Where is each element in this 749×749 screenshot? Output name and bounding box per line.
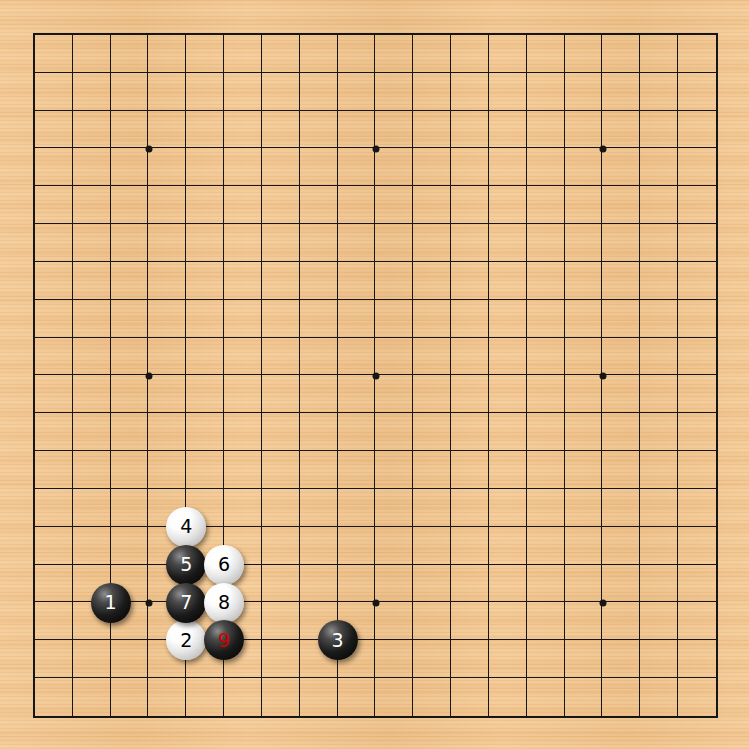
board-cell[interactable] (375, 262, 413, 300)
board-cell[interactable] (111, 678, 149, 716)
board-cell[interactable] (678, 338, 716, 376)
board-cell[interactable] (527, 451, 565, 489)
board-cell[interactable] (489, 224, 527, 262)
board-cell[interactable] (262, 602, 300, 640)
board-cell[interactable] (451, 300, 489, 338)
board-cell[interactable] (413, 565, 451, 603)
board-cell[interactable] (375, 148, 413, 186)
board-cell[interactable] (602, 451, 640, 489)
board-cell[interactable] (186, 678, 224, 716)
board-cell[interactable] (338, 565, 376, 603)
board-cell[interactable] (35, 489, 73, 527)
board-cell[interactable] (338, 527, 376, 565)
board-cell[interactable] (640, 527, 678, 565)
board-cell[interactable] (375, 413, 413, 451)
board-cell[interactable] (640, 489, 678, 527)
board-cell[interactable] (413, 375, 451, 413)
board-cell[interactable] (111, 35, 149, 73)
board-cell[interactable] (262, 35, 300, 73)
board-cell[interactable] (489, 111, 527, 149)
board-cell[interactable] (527, 224, 565, 262)
board-cell[interactable] (527, 148, 565, 186)
board-cell[interactable] (73, 527, 111, 565)
board-cell[interactable] (375, 375, 413, 413)
board-cell[interactable] (451, 527, 489, 565)
board-cell[interactable] (73, 111, 111, 149)
board-cell[interactable] (73, 35, 111, 73)
board-cell[interactable] (35, 262, 73, 300)
board-cell[interactable] (451, 413, 489, 451)
board-cell[interactable] (413, 300, 451, 338)
board-cell[interactable] (224, 111, 262, 149)
board-cell[interactable] (640, 300, 678, 338)
board-cell[interactable] (148, 678, 186, 716)
board-cell[interactable] (262, 413, 300, 451)
board-cell[interactable] (186, 413, 224, 451)
board-cell[interactable] (262, 300, 300, 338)
board-cell[interactable] (186, 300, 224, 338)
board-cell[interactable] (35, 375, 73, 413)
board-cell[interactable] (338, 451, 376, 489)
board-cell[interactable] (640, 73, 678, 111)
board-cell[interactable] (338, 262, 376, 300)
board-cell[interactable] (35, 338, 73, 376)
board-cell[interactable] (73, 678, 111, 716)
board-cell[interactable] (338, 413, 376, 451)
board-cell[interactable] (489, 451, 527, 489)
board-cell[interactable] (73, 413, 111, 451)
board-cell[interactable] (602, 224, 640, 262)
board-cell[interactable] (111, 148, 149, 186)
board-cell[interactable] (111, 527, 149, 565)
board-cell[interactable] (148, 451, 186, 489)
board-cell[interactable] (262, 186, 300, 224)
board-cell[interactable] (300, 300, 338, 338)
board-cell[interactable] (111, 186, 149, 224)
board-cell[interactable] (300, 489, 338, 527)
board-cell[interactable] (35, 111, 73, 149)
board-cell[interactable] (338, 375, 376, 413)
board-cell[interactable] (375, 73, 413, 111)
board-cell[interactable] (602, 640, 640, 678)
board-cell[interactable] (413, 527, 451, 565)
board-cell[interactable] (186, 73, 224, 111)
board-cell[interactable] (375, 640, 413, 678)
board-cell[interactable] (527, 186, 565, 224)
board-cell[interactable] (489, 186, 527, 224)
board-cell[interactable] (413, 602, 451, 640)
board-cell[interactable] (148, 111, 186, 149)
board-cell[interactable] (527, 640, 565, 678)
board-cell[interactable] (602, 489, 640, 527)
board-cell[interactable] (262, 73, 300, 111)
board-cell[interactable] (565, 602, 603, 640)
board-cell[interactable] (73, 375, 111, 413)
board-cell[interactable] (35, 565, 73, 603)
board-cell[interactable] (111, 111, 149, 149)
board-cell[interactable] (565, 489, 603, 527)
board-cell[interactable] (186, 148, 224, 186)
board-cell[interactable] (224, 73, 262, 111)
board-cell[interactable] (35, 300, 73, 338)
board-cell[interactable] (338, 111, 376, 149)
board-cell[interactable] (413, 338, 451, 376)
board-cell[interactable] (186, 375, 224, 413)
board-cell[interactable] (148, 73, 186, 111)
board-cell[interactable] (262, 224, 300, 262)
board-cell[interactable] (413, 224, 451, 262)
board-cell[interactable] (602, 300, 640, 338)
board-cell[interactable] (148, 224, 186, 262)
board-cell[interactable] (451, 111, 489, 149)
board-cell[interactable] (300, 338, 338, 376)
board-cell[interactable] (375, 300, 413, 338)
board-cell[interactable] (186, 262, 224, 300)
board-cell[interactable] (640, 186, 678, 224)
board-cell[interactable] (640, 35, 678, 73)
board-cell[interactable] (148, 186, 186, 224)
board-cell[interactable] (338, 489, 376, 527)
board-cell[interactable] (640, 678, 678, 716)
board-cell[interactable] (489, 678, 527, 716)
board-cell[interactable] (489, 148, 527, 186)
board-cell[interactable] (224, 186, 262, 224)
board-cell[interactable] (602, 262, 640, 300)
board-cell[interactable] (527, 375, 565, 413)
board-cell[interactable] (186, 35, 224, 73)
board-cell[interactable] (35, 640, 73, 678)
board-cell[interactable] (527, 73, 565, 111)
board-cell[interactable] (111, 375, 149, 413)
board-cell[interactable] (262, 527, 300, 565)
board-cell[interactable] (224, 262, 262, 300)
board-cell[interactable] (489, 375, 527, 413)
board-cell[interactable] (186, 224, 224, 262)
board-cell[interactable] (224, 678, 262, 716)
board-cell[interactable] (451, 148, 489, 186)
board-cell[interactable] (640, 565, 678, 603)
board-cell[interactable] (602, 375, 640, 413)
board-cell[interactable] (375, 527, 413, 565)
board-cell[interactable] (451, 224, 489, 262)
board-cell[interactable] (111, 338, 149, 376)
board-cell[interactable] (527, 489, 565, 527)
board-cell[interactable] (262, 338, 300, 376)
board-cell[interactable] (451, 375, 489, 413)
board-cell[interactable] (640, 224, 678, 262)
board-cell[interactable] (413, 489, 451, 527)
board-cell[interactable] (565, 300, 603, 338)
board-cell[interactable] (527, 602, 565, 640)
board-cell[interactable] (148, 262, 186, 300)
board-cell[interactable] (565, 565, 603, 603)
board-cell[interactable] (111, 262, 149, 300)
board-cell[interactable] (413, 35, 451, 73)
board-cell[interactable] (35, 73, 73, 111)
board-cell[interactable] (300, 186, 338, 224)
board-cell[interactable] (451, 489, 489, 527)
board-cell[interactable] (300, 375, 338, 413)
board-cell[interactable] (489, 413, 527, 451)
board-cell[interactable] (413, 73, 451, 111)
board-cell[interactable] (678, 489, 716, 527)
board-cell[interactable] (338, 300, 376, 338)
board-cell[interactable] (413, 148, 451, 186)
board-cell[interactable] (640, 413, 678, 451)
board-cell[interactable] (300, 262, 338, 300)
board-cell[interactable] (489, 640, 527, 678)
board-cell[interactable] (35, 678, 73, 716)
board-cell[interactable] (338, 224, 376, 262)
board-cell[interactable] (678, 451, 716, 489)
board-cell[interactable] (678, 111, 716, 149)
board-cell[interactable] (224, 35, 262, 73)
board-cell[interactable] (375, 186, 413, 224)
board-cell[interactable] (375, 224, 413, 262)
board-cell[interactable] (413, 111, 451, 149)
board-cell[interactable] (565, 111, 603, 149)
board-cell[interactable] (300, 35, 338, 73)
board-cell[interactable] (186, 338, 224, 376)
board-cell[interactable] (565, 186, 603, 224)
board-cell[interactable] (527, 527, 565, 565)
board-cell[interactable] (73, 451, 111, 489)
board-cell[interactable] (413, 678, 451, 716)
board-cell[interactable] (602, 338, 640, 376)
board-cell[interactable] (489, 300, 527, 338)
board-cell[interactable] (262, 565, 300, 603)
board-cell[interactable] (413, 640, 451, 678)
board-cell[interactable] (565, 678, 603, 716)
board-cell[interactable] (73, 224, 111, 262)
board-cell[interactable] (489, 489, 527, 527)
board-cell[interactable] (73, 186, 111, 224)
board-cell[interactable] (262, 451, 300, 489)
board-cell[interactable] (35, 35, 73, 73)
board-cell[interactable] (451, 565, 489, 603)
board-cell[interactable] (678, 640, 716, 678)
board-cell[interactable] (35, 451, 73, 489)
board-cell[interactable] (565, 413, 603, 451)
board-cell[interactable] (148, 35, 186, 73)
board-cell[interactable] (678, 527, 716, 565)
board-cell[interactable] (186, 451, 224, 489)
board-cell[interactable] (375, 565, 413, 603)
board-cell[interactable] (73, 262, 111, 300)
board-cell[interactable] (111, 73, 149, 111)
board-cell[interactable] (111, 413, 149, 451)
board-cell[interactable] (148, 413, 186, 451)
board-cell[interactable] (678, 375, 716, 413)
board-cell[interactable] (527, 565, 565, 603)
board-cell[interactable] (224, 224, 262, 262)
board-cell[interactable] (640, 338, 678, 376)
board-cell[interactable] (413, 413, 451, 451)
board-cell[interactable] (678, 73, 716, 111)
board-cell[interactable] (602, 148, 640, 186)
board-cell[interactable] (35, 224, 73, 262)
board-cell[interactable] (451, 262, 489, 300)
board-cell[interactable] (300, 111, 338, 149)
board-cell[interactable] (565, 35, 603, 73)
board-cell[interactable] (338, 35, 376, 73)
board-cell[interactable] (375, 451, 413, 489)
board-cell[interactable] (602, 678, 640, 716)
board-cell[interactable] (35, 527, 73, 565)
board-cell[interactable] (375, 35, 413, 73)
board-cell[interactable] (565, 640, 603, 678)
board-cell[interactable] (111, 451, 149, 489)
board-cell[interactable] (602, 35, 640, 73)
board-cell[interactable] (186, 186, 224, 224)
board-cell[interactable] (148, 338, 186, 376)
board-cell[interactable] (640, 111, 678, 149)
board-cell[interactable] (640, 602, 678, 640)
board-cell[interactable] (489, 338, 527, 376)
board-cell[interactable] (678, 602, 716, 640)
board-cell[interactable] (224, 451, 262, 489)
board-cell[interactable] (565, 338, 603, 376)
board-cell[interactable] (602, 413, 640, 451)
board-cell[interactable] (300, 224, 338, 262)
board-cell[interactable] (73, 489, 111, 527)
board-cell[interactable] (300, 565, 338, 603)
board-cell[interactable] (451, 678, 489, 716)
board-cell[interactable] (224, 489, 262, 527)
board-cell[interactable] (678, 565, 716, 603)
board-cell[interactable] (527, 338, 565, 376)
board-cell[interactable] (300, 527, 338, 565)
board-cell[interactable] (262, 262, 300, 300)
board-cell[interactable] (678, 224, 716, 262)
board-cell[interactable] (111, 224, 149, 262)
board-cell[interactable] (375, 602, 413, 640)
board-cell[interactable] (489, 35, 527, 73)
board-cell[interactable] (640, 640, 678, 678)
board-cell[interactable] (565, 375, 603, 413)
board-cell[interactable] (148, 300, 186, 338)
board-cell[interactable] (262, 489, 300, 527)
board-cell[interactable] (602, 73, 640, 111)
board-cell[interactable] (375, 111, 413, 149)
board-cell[interactable] (300, 148, 338, 186)
board-cell[interactable] (413, 186, 451, 224)
board-cell[interactable] (678, 262, 716, 300)
board-cell[interactable] (602, 565, 640, 603)
board-cell[interactable] (678, 186, 716, 224)
board-cell[interactable] (35, 602, 73, 640)
board-cell[interactable] (527, 35, 565, 73)
board-cell[interactable] (565, 148, 603, 186)
board-cell[interactable] (338, 338, 376, 376)
board-cell[interactable] (224, 300, 262, 338)
board-grid[interactable]: 123456789 (33, 33, 718, 718)
board-cell[interactable] (148, 148, 186, 186)
board-cell[interactable] (413, 262, 451, 300)
board-cell[interactable] (527, 413, 565, 451)
board-cell[interactable] (73, 640, 111, 678)
board-cell[interactable] (413, 451, 451, 489)
board-cell[interactable] (262, 375, 300, 413)
board-cell[interactable] (338, 678, 376, 716)
board-cell[interactable] (451, 73, 489, 111)
board-cell[interactable] (73, 338, 111, 376)
board-cell[interactable] (148, 375, 186, 413)
board-cell[interactable] (262, 111, 300, 149)
board-cell[interactable] (489, 262, 527, 300)
board-cell[interactable] (300, 413, 338, 451)
board-cell[interactable] (451, 186, 489, 224)
board-cell[interactable] (565, 73, 603, 111)
board-cell[interactable] (224, 338, 262, 376)
board-cell[interactable] (262, 640, 300, 678)
board-cell[interactable] (602, 527, 640, 565)
board-cell[interactable] (489, 565, 527, 603)
board-cell[interactable] (186, 111, 224, 149)
board-cell[interactable] (602, 186, 640, 224)
board-cell[interactable] (527, 678, 565, 716)
board-cell[interactable] (527, 300, 565, 338)
board-cell[interactable] (451, 640, 489, 678)
board-cell[interactable] (224, 148, 262, 186)
board-cell[interactable] (640, 262, 678, 300)
board-cell[interactable] (35, 148, 73, 186)
board-cell[interactable] (224, 375, 262, 413)
board-cell[interactable] (338, 148, 376, 186)
board-cell[interactable] (678, 35, 716, 73)
board-cell[interactable] (678, 300, 716, 338)
board-cell[interactable] (300, 73, 338, 111)
board-cell[interactable] (73, 300, 111, 338)
board-cell[interactable] (224, 413, 262, 451)
board-cell[interactable] (565, 262, 603, 300)
board-cell[interactable] (640, 375, 678, 413)
board-cell[interactable] (565, 527, 603, 565)
board-cell[interactable] (35, 186, 73, 224)
board-cell[interactable] (602, 111, 640, 149)
board-cell[interactable] (451, 35, 489, 73)
board-cell[interactable] (451, 451, 489, 489)
board-cell[interactable] (375, 489, 413, 527)
board-cell[interactable] (338, 73, 376, 111)
board-cell[interactable] (527, 262, 565, 300)
board-cell[interactable] (640, 148, 678, 186)
board-cell[interactable] (73, 73, 111, 111)
board-cell[interactable] (300, 678, 338, 716)
board-cell[interactable] (565, 451, 603, 489)
board-cell[interactable] (111, 300, 149, 338)
board-cell[interactable] (640, 451, 678, 489)
board-cell[interactable] (489, 527, 527, 565)
board-cell[interactable] (678, 148, 716, 186)
board-cell[interactable] (489, 602, 527, 640)
board-cell[interactable] (73, 148, 111, 186)
board-cell[interactable] (527, 111, 565, 149)
board-cell[interactable] (678, 413, 716, 451)
board-cell[interactable] (300, 451, 338, 489)
board-cell[interactable] (602, 602, 640, 640)
board-cell[interactable] (678, 678, 716, 716)
board-cell[interactable] (451, 338, 489, 376)
board-cell[interactable] (565, 224, 603, 262)
board-cell[interactable] (111, 489, 149, 527)
board-cell[interactable] (35, 413, 73, 451)
board-cell[interactable] (375, 338, 413, 376)
board-cell[interactable] (451, 602, 489, 640)
board-cell[interactable] (338, 186, 376, 224)
board-cell[interactable] (111, 640, 149, 678)
board-cell[interactable] (375, 678, 413, 716)
